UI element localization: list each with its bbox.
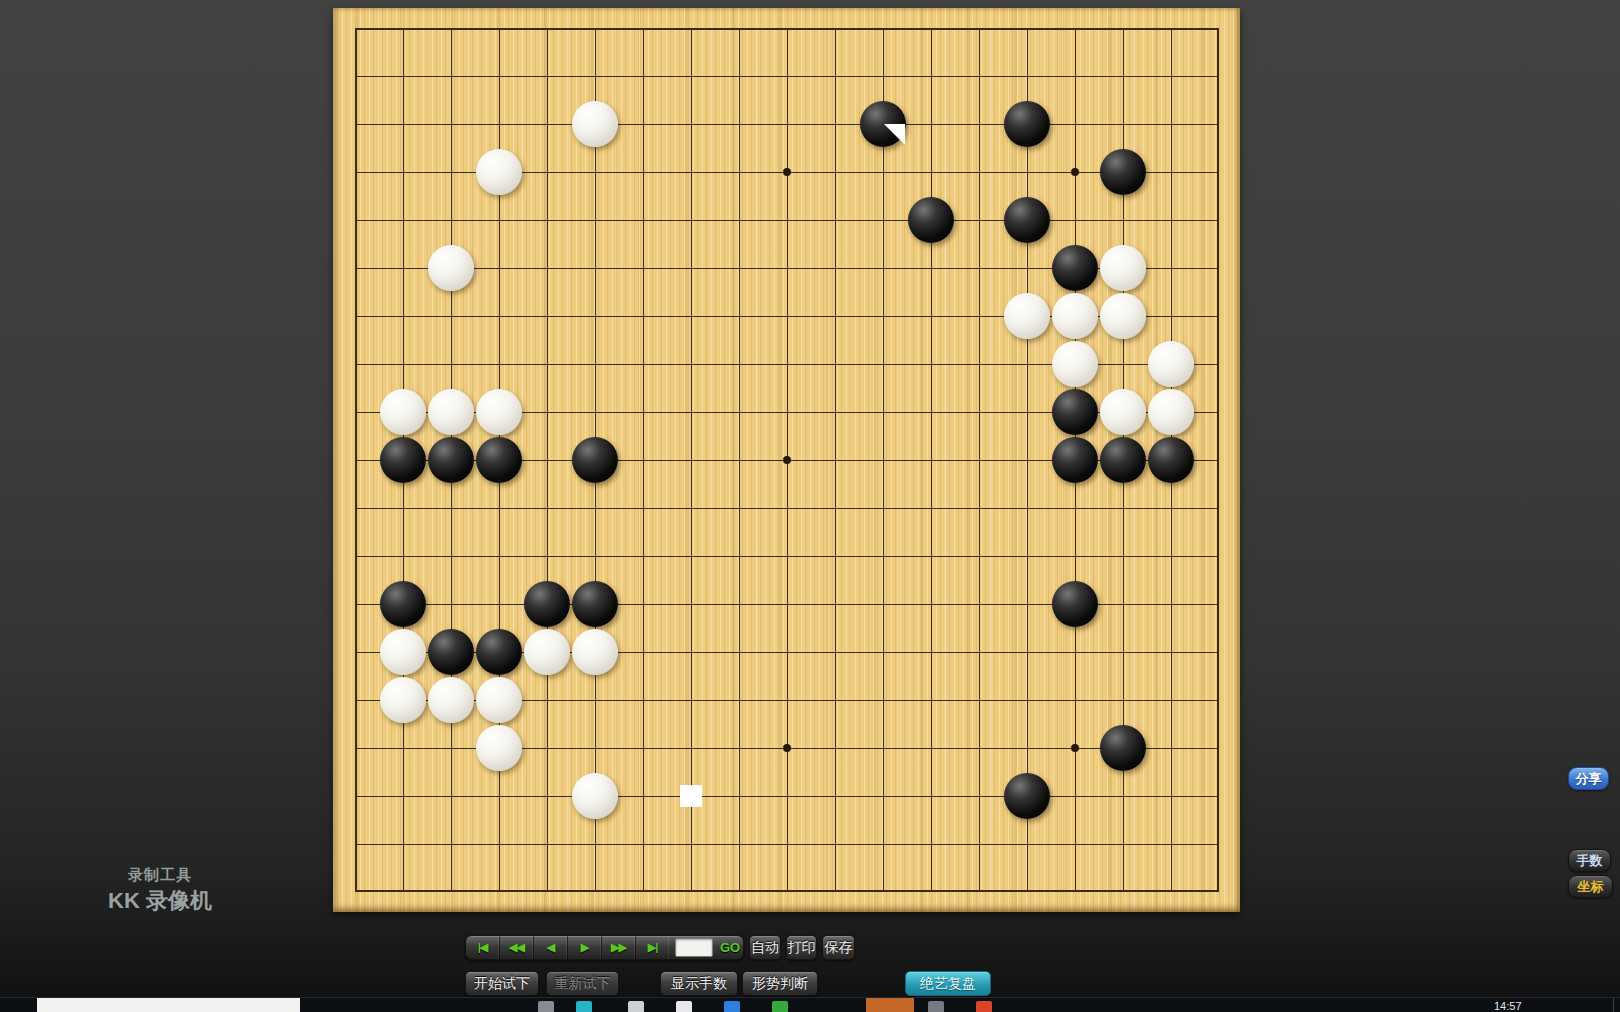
white-stone xyxy=(572,629,618,675)
taskbar-window-strip[interactable] xyxy=(37,998,300,1012)
ai-review-button[interactable]: 绝艺复盘 xyxy=(905,971,991,996)
taskbar-icon-red[interactable] xyxy=(976,1001,992,1012)
grid-line xyxy=(355,796,1219,797)
grid-line xyxy=(931,28,932,892)
playback-bar: |◀ ◀◀ ◀ ▶ ▶▶ ▶| GO xyxy=(465,935,744,960)
fast-backward-button[interactable]: ◀◀ xyxy=(500,936,534,959)
black-stone xyxy=(428,437,474,483)
black-stone xyxy=(1100,725,1146,771)
star-point xyxy=(783,456,791,464)
restart-trial-button[interactable]: 重新试下 xyxy=(546,971,619,996)
share-button[interactable]: 分享 xyxy=(1568,767,1609,790)
black-stone xyxy=(1100,437,1146,483)
white-stone xyxy=(380,677,426,723)
grid-line xyxy=(883,28,884,892)
taskbar: 14:57 xyxy=(0,997,1620,1012)
save-button[interactable]: 保存 xyxy=(822,935,855,960)
show-desktop-divider[interactable] xyxy=(1613,998,1614,1012)
white-square-marker xyxy=(680,785,702,807)
black-stone xyxy=(908,197,954,243)
black-stone xyxy=(1004,101,1050,147)
taskbar-icon-silver[interactable] xyxy=(628,1001,644,1012)
black-stone xyxy=(428,629,474,675)
grid-line xyxy=(1027,28,1028,892)
taskbar-icon-blue[interactable] xyxy=(724,1001,740,1012)
grid-line xyxy=(355,890,1219,892)
white-stone xyxy=(476,677,522,723)
black-stone xyxy=(476,629,522,675)
recorder-watermark: 录制工具 KK 录像机 xyxy=(55,866,265,916)
white-stone xyxy=(476,725,522,771)
white-stone xyxy=(428,245,474,291)
black-stone xyxy=(1148,437,1194,483)
auto-button[interactable]: 自动 xyxy=(749,935,781,960)
fast-forward-button[interactable]: ▶▶ xyxy=(602,936,636,959)
star-point xyxy=(783,168,791,176)
start-trial-button[interactable]: 开始试下 xyxy=(465,971,539,996)
white-stone xyxy=(524,629,570,675)
print-button[interactable]: 打印 xyxy=(786,935,817,960)
app-window: 录制工具 KK 录像机 分享 手数 坐标 |◀ ◀◀ ◀ ▶ ▶▶ ▶| GO … xyxy=(0,0,1620,1012)
black-stone xyxy=(380,581,426,627)
grid-line xyxy=(979,28,980,892)
white-stone xyxy=(572,773,618,819)
white-stone xyxy=(1100,245,1146,291)
move-count-button[interactable]: 手数 xyxy=(1568,849,1611,872)
taskbar-icon-slate[interactable] xyxy=(928,1001,944,1012)
board-grid xyxy=(355,28,1219,892)
white-stone xyxy=(1100,293,1146,339)
grid-line xyxy=(355,844,1219,845)
taskbar-clock: 14:57 xyxy=(1494,1000,1522,1012)
step-backward-button[interactable]: ◀ xyxy=(534,936,568,959)
move-number-input[interactable] xyxy=(675,938,713,957)
recorder-watermark-line2: KK 录像机 xyxy=(55,886,265,916)
go-board[interactable] xyxy=(333,8,1240,912)
grid-line xyxy=(835,28,836,892)
black-stone xyxy=(1052,245,1098,291)
white-stone xyxy=(1052,293,1098,339)
taskbar-icon-white[interactable] xyxy=(676,1001,692,1012)
grid-line xyxy=(355,556,1219,557)
white-stone xyxy=(1148,389,1194,435)
white-stone xyxy=(380,389,426,435)
white-stone xyxy=(476,389,522,435)
grid-line xyxy=(355,508,1219,509)
black-stone xyxy=(572,581,618,627)
taskbar-icon-orange-active[interactable] xyxy=(866,998,914,1012)
show-move-numbers-button[interactable]: 显示手数 xyxy=(660,971,738,996)
star-point xyxy=(783,744,791,752)
skip-to-start-button[interactable]: |◀ xyxy=(466,936,500,959)
black-stone xyxy=(1004,773,1050,819)
taskbar-icon-green[interactable] xyxy=(772,1001,788,1012)
white-stone xyxy=(1148,341,1194,387)
white-stone xyxy=(1100,389,1146,435)
step-forward-button[interactable]: ▶ xyxy=(568,936,602,959)
white-stone xyxy=(428,677,474,723)
white-stone xyxy=(428,389,474,435)
black-stone xyxy=(1004,197,1050,243)
white-stone xyxy=(476,149,522,195)
white-stone xyxy=(572,101,618,147)
black-stone xyxy=(1100,149,1146,195)
black-stone xyxy=(1052,581,1098,627)
black-stone xyxy=(524,581,570,627)
skip-to-end-button[interactable]: ▶| xyxy=(636,936,669,959)
black-stone xyxy=(476,437,522,483)
black-stone xyxy=(1052,389,1098,435)
star-point xyxy=(1071,744,1079,752)
go-button[interactable]: GO xyxy=(720,940,740,955)
taskbar-icon-gray[interactable] xyxy=(538,1001,554,1012)
coordinates-button[interactable]: 坐标 xyxy=(1568,875,1613,898)
white-stone xyxy=(1052,341,1098,387)
taskbar-icon-teal[interactable] xyxy=(576,1001,592,1012)
white-stone xyxy=(380,629,426,675)
star-point xyxy=(1071,168,1079,176)
black-stone xyxy=(1052,437,1098,483)
black-stone xyxy=(380,437,426,483)
position-judgment-button[interactable]: 形势判断 xyxy=(742,971,818,996)
white-stone xyxy=(1004,293,1050,339)
grid-line xyxy=(1217,28,1219,892)
black-stone xyxy=(572,437,618,483)
recorder-watermark-line1: 录制工具 xyxy=(55,866,265,885)
